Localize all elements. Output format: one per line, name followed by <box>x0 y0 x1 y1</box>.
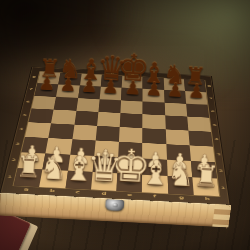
piece-black-pawn: ♟ <box>81 77 99 96</box>
piece-black-pawn: ♟ <box>145 80 163 99</box>
rank-label-right-1: 1 <box>221 186 226 189</box>
square-g5 <box>165 115 188 130</box>
piece-black-pawn: ♟ <box>124 79 142 98</box>
square-f1: ♝ <box>142 175 168 194</box>
square-b4 <box>49 123 75 139</box>
square-c1: ♝ <box>65 171 92 190</box>
piece-white-knight: ♞ <box>166 159 196 190</box>
file-label-front-a: a <box>23 188 29 192</box>
square-g1: ♞ <box>167 176 193 195</box>
board-scene: ♜♞♝♛♚♝♞♜♟♟♟♟♟♟♟♟♟♟♟♟♟♟♟♟♜♞♝♛♚♝♞♜ aabbccd… <box>0 0 250 250</box>
rank-label-left-6: 6 <box>26 100 30 103</box>
piece-black-pawn: ♟ <box>102 78 120 97</box>
rank-label-right-3: 3 <box>216 153 220 156</box>
photo-scene: ♜♞♝♛♚♝♞♜♟♟♟♟♟♟♟♟♟♟♟♟♟♟♟♟♜♞♝♛♚♝♞♜ aabbccd… <box>0 0 250 250</box>
square-b1: ♞ <box>39 170 67 189</box>
rank-label-right-6: 6 <box>211 110 215 113</box>
square-e5 <box>120 113 143 128</box>
piece-white-rook: ♜ <box>193 163 221 192</box>
square-h6 <box>186 103 209 117</box>
square-f7: ♟ <box>143 89 165 103</box>
piece-black-pawn: ♟ <box>167 82 185 101</box>
rank-label-right-8: 8 <box>207 85 211 87</box>
square-c4 <box>72 125 97 141</box>
rank-label-right-5: 5 <box>213 124 217 127</box>
square-d5 <box>97 112 121 127</box>
square-b7: ♟ <box>56 84 79 97</box>
square-a7: ♟ <box>35 83 59 96</box>
square-e7: ♟ <box>121 88 143 102</box>
square-c6 <box>76 98 99 112</box>
square-a6 <box>32 96 57 110</box>
metal-clasp <box>105 199 124 211</box>
rank-label-left-1: 1 <box>7 175 12 178</box>
square-f5 <box>143 114 166 129</box>
square-b5 <box>51 110 76 125</box>
file-label-front-g: g <box>179 196 184 200</box>
piece-white-knight: ♞ <box>39 153 69 184</box>
box-front-panel <box>0 193 232 228</box>
file-label-front-d: d <box>101 192 106 196</box>
square-c7: ♟ <box>78 85 101 98</box>
rank-label-left-3: 3 <box>15 142 20 145</box>
file-label-front-h: h <box>205 197 211 201</box>
rank-label-left-7: 7 <box>29 88 33 90</box>
square-g4 <box>165 129 189 145</box>
square-c5 <box>74 111 98 126</box>
file-label-front-e: e <box>127 193 132 197</box>
square-h1: ♜ <box>192 177 219 196</box>
square-e6 <box>120 100 142 114</box>
square-b6 <box>54 97 78 111</box>
square-a4 <box>25 122 51 138</box>
rank-label-right-7: 7 <box>209 97 213 99</box>
square-f6 <box>143 101 165 115</box>
rank-label-left-8: 8 <box>32 76 36 78</box>
square-g7: ♟ <box>164 90 186 104</box>
file-label-front-f: f <box>153 195 156 199</box>
rank-label-right-4: 4 <box>214 138 218 141</box>
piece-black-pawn: ♟ <box>38 75 56 94</box>
square-g6 <box>164 102 187 116</box>
square-a5 <box>28 109 53 124</box>
piece-black-pawn: ♟ <box>59 76 77 95</box>
piece-black-pawn: ♟ <box>188 83 206 102</box>
square-h5 <box>187 117 211 132</box>
piece-white-rook: ♜ <box>14 153 42 182</box>
square-d6 <box>98 99 121 113</box>
square-d1: ♛ <box>91 172 118 191</box>
chess-board: ♜♞♝♛♚♝♞♜♟♟♟♟♟♟♟♟♟♟♟♟♟♟♟♟♜♞♝♛♚♝♞♜ aabbccd… <box>0 67 231 206</box>
square-d7: ♟ <box>99 87 121 101</box>
file-label-front-b: b <box>49 189 55 193</box>
rank-label-left-4: 4 <box>19 128 23 131</box>
rank-label-left-5: 5 <box>23 114 27 117</box>
board-squares: ♜♞♝♛♚♝♞♜♟♟♟♟♟♟♟♟♟♟♟♟♟♟♟♟♜♞♝♛♚♝♞♜ <box>14 72 220 197</box>
square-h7: ♟ <box>185 91 208 105</box>
square-h4 <box>188 131 213 147</box>
file-label-front-c: c <box>75 190 80 194</box>
